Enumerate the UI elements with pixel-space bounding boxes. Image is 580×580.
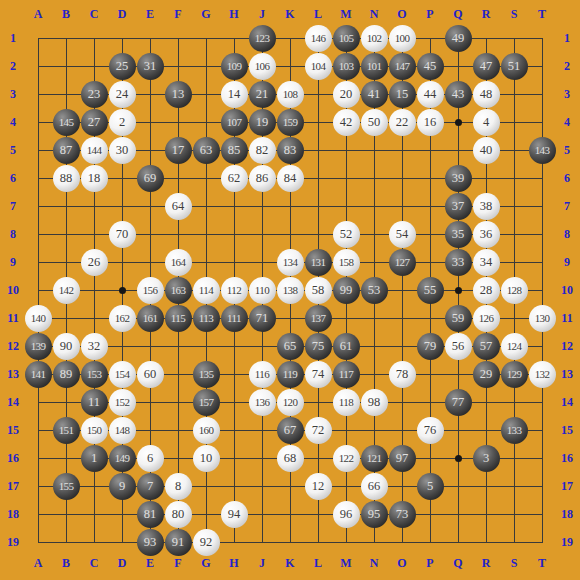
row-label: 2 [556,52,578,80]
white-stone-Q12: 56 [445,333,472,360]
black-stone-Q11: 59 [445,305,472,332]
white-stone-G16: 10 [193,445,220,472]
white-stone-L10: 58 [305,277,332,304]
black-stone-G5: 63 [193,137,220,164]
white-stone-E10: 156 [137,277,164,304]
black-stone-M2: 103 [333,53,360,80]
white-stone-D3: 24 [109,81,136,108]
white-stone-D13: 154 [109,361,136,388]
black-stone-J4: 19 [249,109,276,136]
column-label: A [24,4,52,24]
column-labels-top: ABCDEFGHJKLMNOPQRST [24,4,556,24]
black-stone-Q14: 77 [445,389,472,416]
white-stone-S10: 128 [501,277,528,304]
row-label: 19 [556,528,578,556]
column-label: E [136,553,164,573]
black-stone-C14: 11 [81,389,108,416]
white-stone-J13: 116 [249,361,276,388]
white-stone-D8: 70 [109,221,136,248]
black-stone-J1: 123 [249,25,276,52]
black-stone-N16: 121 [361,445,388,472]
column-label: H [220,553,248,573]
column-label: P [416,4,444,24]
column-label: R [472,4,500,24]
white-stone-L13: 74 [305,361,332,388]
column-label: D [108,4,136,24]
column-label: H [220,4,248,24]
black-stone-O2: 147 [389,53,416,80]
white-stone-T11: 130 [529,305,556,332]
black-stone-O16: 97 [389,445,416,472]
black-stone-O9: 127 [389,249,416,276]
black-stone-B5: 87 [53,137,80,164]
column-labels-bottom: ABCDEFGHJKLMNOPQRST [24,553,556,573]
white-stone-J6: 86 [249,165,276,192]
black-stone-O18: 73 [389,501,416,528]
white-stone-D14: 152 [109,389,136,416]
black-stone-S2: 51 [501,53,528,80]
row-label: 5 [2,136,24,164]
black-stone-C4: 27 [81,109,108,136]
column-label: A [24,553,52,573]
black-stone-N10: 53 [361,277,388,304]
white-stone-D15: 148 [109,417,136,444]
black-stone-E17: 7 [137,473,164,500]
black-stone-Q3: 43 [445,81,472,108]
column-label: F [164,553,192,573]
white-stone-H3: 14 [221,81,248,108]
black-stone-F10: 163 [165,277,192,304]
row-label: 14 [2,388,24,416]
black-stone-D17: 9 [109,473,136,500]
black-stone-B13: 89 [53,361,80,388]
black-stone-H11: 111 [221,305,248,332]
column-label: T [528,4,556,24]
column-label: M [332,553,360,573]
black-stone-N2: 101 [361,53,388,80]
black-stone-R2: 47 [473,53,500,80]
black-stone-F19: 91 [165,529,192,556]
white-stone-R7: 38 [473,193,500,220]
black-stone-R12: 57 [473,333,500,360]
white-stone-L1: 146 [305,25,332,52]
black-stone-J3: 21 [249,81,276,108]
black-stone-K12: 65 [277,333,304,360]
black-stone-C13: 153 [81,361,108,388]
black-stone-S13: 129 [501,361,528,388]
white-stone-L15: 72 [305,417,332,444]
row-label: 14 [556,388,578,416]
black-stone-R16: 3 [473,445,500,472]
black-stone-C16: 1 [81,445,108,472]
black-stone-M12: 61 [333,333,360,360]
column-label: G [192,553,220,573]
black-stone-M10: 99 [333,277,360,304]
white-stone-B10: 142 [53,277,80,304]
black-stone-D2: 25 [109,53,136,80]
white-stone-D4: 2 [109,109,136,136]
black-stone-A13: 141 [25,361,52,388]
row-label: 2 [2,52,24,80]
column-label: E [136,4,164,24]
white-stone-K9: 134 [277,249,304,276]
white-stone-S12: 124 [501,333,528,360]
white-stone-R5: 40 [473,137,500,164]
white-stone-B12: 90 [53,333,80,360]
column-label: B [52,4,80,24]
white-stone-P15: 76 [417,417,444,444]
row-label: 3 [2,80,24,108]
white-stone-R8: 36 [473,221,500,248]
row-label: 16 [2,444,24,472]
column-label: J [248,553,276,573]
column-label: L [304,4,332,24]
column-label: R [472,553,500,573]
black-stone-K13: 119 [277,361,304,388]
column-label: L [304,553,332,573]
black-stone-Q8: 35 [445,221,472,248]
row-labels-right: 12345678910111213141516171819 [556,24,578,556]
column-label: O [388,553,416,573]
white-stone-C12: 32 [81,333,108,360]
white-stone-N1: 102 [361,25,388,52]
black-stone-E6: 69 [137,165,164,192]
row-label: 9 [556,248,578,276]
black-stone-B4: 145 [53,109,80,136]
black-stone-Q1: 49 [445,25,472,52]
row-label: 9 [2,248,24,276]
white-stone-C5: 144 [81,137,108,164]
white-stone-F17: 8 [165,473,192,500]
column-label: F [164,4,192,24]
black-stone-F11: 115 [165,305,192,332]
black-stone-K15: 67 [277,417,304,444]
row-label: 11 [2,304,24,332]
black-stone-E2: 31 [137,53,164,80]
row-label: 19 [2,528,24,556]
white-stone-K10: 138 [277,277,304,304]
black-stone-Q6: 39 [445,165,472,192]
black-stone-P10: 55 [417,277,444,304]
black-stone-D16: 149 [109,445,136,472]
white-stone-M4: 42 [333,109,360,136]
black-stone-H4: 107 [221,109,248,136]
black-stone-E18: 81 [137,501,164,528]
white-stone-J10: 110 [249,277,276,304]
white-stone-M8: 52 [333,221,360,248]
white-stone-G15: 160 [193,417,220,444]
white-stone-M9: 158 [333,249,360,276]
white-stone-B6: 88 [53,165,80,192]
black-stone-G14: 157 [193,389,220,416]
row-label: 4 [556,108,578,136]
white-stone-F18: 80 [165,501,192,528]
column-label: C [80,4,108,24]
row-label: 15 [2,416,24,444]
column-label: N [360,553,388,573]
black-stone-B17: 155 [53,473,80,500]
row-label: 10 [556,276,578,304]
white-stone-H10: 112 [221,277,248,304]
black-stone-H2: 109 [221,53,248,80]
white-stone-J2: 106 [249,53,276,80]
black-stone-R13: 29 [473,361,500,388]
row-label: 12 [556,332,578,360]
row-label: 4 [2,108,24,136]
white-stone-K6: 84 [277,165,304,192]
white-stone-D11: 162 [109,305,136,332]
black-stone-A12: 139 [25,333,52,360]
white-stone-N17: 66 [361,473,388,500]
white-stone-M16: 122 [333,445,360,472]
white-stone-H18: 94 [221,501,248,528]
white-stone-R3: 48 [473,81,500,108]
white-stone-O4: 22 [389,109,416,136]
column-label: P [416,553,444,573]
white-stone-E13: 60 [137,361,164,388]
black-stone-C3: 23 [81,81,108,108]
row-label: 10 [2,276,24,304]
white-stone-K16: 68 [277,445,304,472]
row-label: 13 [556,360,578,388]
white-stone-M14: 118 [333,389,360,416]
white-stone-C6: 18 [81,165,108,192]
column-label: B [52,553,80,573]
black-stone-K5: 83 [277,137,304,164]
white-stone-P3: 44 [417,81,444,108]
column-label: D [108,553,136,573]
column-label: S [500,4,528,24]
white-stone-R10: 28 [473,277,500,304]
row-label: 18 [556,500,578,528]
row-label: 12 [2,332,24,360]
black-stone-E19: 93 [137,529,164,556]
row-label: 11 [556,304,578,332]
black-stone-F3: 13 [165,81,192,108]
row-label: 17 [2,472,24,500]
row-label: 16 [556,444,578,472]
black-stone-J11: 71 [249,305,276,332]
column-label: Q [444,4,472,24]
white-stone-M18: 96 [333,501,360,528]
black-stone-P12: 79 [417,333,444,360]
row-label: 6 [2,164,24,192]
black-stone-K4: 159 [277,109,304,136]
black-stone-O3: 15 [389,81,416,108]
black-stone-F5: 17 [165,137,192,164]
black-stone-Q9: 33 [445,249,472,276]
row-label: 6 [556,164,578,192]
column-label: J [248,4,276,24]
row-label: 15 [556,416,578,444]
row-label: 8 [556,220,578,248]
black-stone-L12: 75 [305,333,332,360]
white-stone-K14: 120 [277,389,304,416]
white-stone-A11: 140 [25,305,52,332]
row-label: 7 [556,192,578,220]
black-stone-S15: 133 [501,417,528,444]
row-labels-left: 12345678910111213141516171819 [2,24,24,556]
column-label: S [500,553,528,573]
column-label: Q [444,553,472,573]
white-stone-T13: 132 [529,361,556,388]
white-stone-L17: 12 [305,473,332,500]
row-label: 8 [2,220,24,248]
row-label: 1 [556,24,578,52]
black-stone-G13: 135 [193,361,220,388]
row-label: 17 [556,472,578,500]
black-stone-P2: 45 [417,53,444,80]
black-stone-N3: 41 [361,81,388,108]
black-stone-T5: 143 [529,137,556,164]
white-stone-R4: 4 [473,109,500,136]
row-label: 5 [556,136,578,164]
white-stone-R11: 126 [473,305,500,332]
black-stone-N18: 95 [361,501,388,528]
white-stone-F7: 64 [165,193,192,220]
white-stone-P4: 16 [417,109,444,136]
row-label: 18 [2,500,24,528]
white-stone-R9: 34 [473,249,500,276]
white-stone-F9: 164 [165,249,192,276]
row-label: 3 [556,80,578,108]
black-stone-Q7: 37 [445,193,472,220]
column-label: K [276,4,304,24]
white-stone-O1: 100 [389,25,416,52]
white-stone-N14: 98 [361,389,388,416]
column-label: N [360,4,388,24]
white-stone-D5: 30 [109,137,136,164]
black-stone-M1: 105 [333,25,360,52]
white-stone-J5: 82 [249,137,276,164]
row-label: 1 [2,24,24,52]
black-stone-L9: 131 [305,249,332,276]
white-stone-E16: 6 [137,445,164,472]
white-stone-J14: 136 [249,389,276,416]
black-stone-H5: 85 [221,137,248,164]
black-stone-B15: 151 [53,417,80,444]
white-stone-L2: 104 [305,53,332,80]
black-stone-L11: 137 [305,305,332,332]
black-stone-E11: 161 [137,305,164,332]
black-stone-P17: 5 [417,473,444,500]
column-label: O [388,4,416,24]
white-stone-C9: 26 [81,249,108,276]
white-stone-G19: 92 [193,529,220,556]
white-stone-C15: 150 [81,417,108,444]
column-label: M [332,4,360,24]
white-stone-H6: 62 [221,165,248,192]
white-stone-K3: 108 [277,81,304,108]
stones-layer: 1234567891011121314151617181920212223242… [24,24,556,556]
column-label: T [528,553,556,573]
column-label: K [276,553,304,573]
white-stone-M3: 20 [333,81,360,108]
row-label: 7 [2,192,24,220]
white-stone-N4: 50 [361,109,388,136]
go-kifu-diagram: ABCDEFGHJKLMNOPQRST ABCDEFGHJKLMNOPQRST … [0,0,580,580]
column-label: G [192,4,220,24]
white-stone-O8: 54 [389,221,416,248]
black-stone-G11: 113 [193,305,220,332]
column-label: C [80,553,108,573]
black-stone-M13: 117 [333,361,360,388]
row-label: 13 [2,360,24,388]
white-stone-G10: 114 [193,277,220,304]
white-stone-O13: 78 [389,361,416,388]
